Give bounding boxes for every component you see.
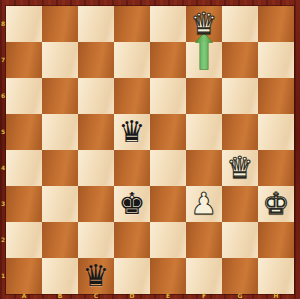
square-e3[interactable] bbox=[150, 186, 186, 222]
square-d6[interactable] bbox=[114, 78, 150, 114]
file-label-a: A bbox=[6, 293, 42, 299]
black-queen-c1[interactable]: ♛ bbox=[78, 258, 114, 294]
black-queen-d5[interactable]: ♛ bbox=[114, 114, 150, 150]
square-d2[interactable] bbox=[114, 222, 150, 258]
square-b1[interactable] bbox=[42, 258, 78, 294]
square-a7[interactable] bbox=[6, 42, 42, 78]
square-e2[interactable] bbox=[150, 222, 186, 258]
rank-label-4: 4 bbox=[0, 150, 6, 186]
square-f5[interactable] bbox=[186, 114, 222, 150]
white-king-h3[interactable]: ♚ bbox=[258, 186, 294, 222]
square-b5[interactable] bbox=[42, 114, 78, 150]
square-c8[interactable] bbox=[78, 6, 114, 42]
square-e1[interactable] bbox=[150, 258, 186, 294]
square-b2[interactable] bbox=[42, 222, 78, 258]
file-label-e: E bbox=[150, 293, 186, 299]
square-g5[interactable] bbox=[222, 114, 258, 150]
square-c2[interactable] bbox=[78, 222, 114, 258]
file-label-h: H bbox=[258, 293, 294, 299]
square-g3[interactable] bbox=[222, 186, 258, 222]
square-g6[interactable] bbox=[222, 78, 258, 114]
file-label-g: G bbox=[222, 293, 258, 299]
rank-label-3: 3 bbox=[0, 186, 6, 222]
square-h8[interactable] bbox=[258, 6, 294, 42]
square-b6[interactable] bbox=[42, 78, 78, 114]
square-h6[interactable] bbox=[258, 78, 294, 114]
rank-label-5: 5 bbox=[0, 114, 6, 150]
file-label-c: C bbox=[78, 293, 114, 299]
square-c3[interactable] bbox=[78, 186, 114, 222]
square-a4[interactable] bbox=[6, 150, 42, 186]
square-g2[interactable] bbox=[222, 222, 258, 258]
square-e7[interactable] bbox=[150, 42, 186, 78]
square-h4[interactable] bbox=[258, 150, 294, 186]
square-a6[interactable] bbox=[6, 78, 42, 114]
square-g1[interactable] bbox=[222, 258, 258, 294]
rank-label-7: 7 bbox=[0, 42, 6, 78]
white-queen-g4[interactable]: ♛ bbox=[222, 150, 258, 186]
square-g8[interactable] bbox=[222, 6, 258, 42]
square-h1[interactable] bbox=[258, 258, 294, 294]
square-e4[interactable] bbox=[150, 150, 186, 186]
rank-label-1: 1 bbox=[0, 258, 6, 294]
square-e5[interactable] bbox=[150, 114, 186, 150]
square-a5[interactable] bbox=[6, 114, 42, 150]
square-d8[interactable] bbox=[114, 6, 150, 42]
file-label-d: D bbox=[114, 293, 150, 299]
square-f1[interactable] bbox=[186, 258, 222, 294]
square-f7[interactable] bbox=[186, 42, 222, 78]
square-a2[interactable] bbox=[6, 222, 42, 258]
square-b7[interactable] bbox=[42, 42, 78, 78]
square-g7[interactable] bbox=[222, 42, 258, 78]
square-f4[interactable] bbox=[186, 150, 222, 186]
square-c5[interactable] bbox=[78, 114, 114, 150]
rank-label-6: 6 bbox=[0, 78, 6, 114]
square-a1[interactable] bbox=[6, 258, 42, 294]
square-b4[interactable] bbox=[42, 150, 78, 186]
file-label-b: B bbox=[42, 293, 78, 299]
square-c6[interactable] bbox=[78, 78, 114, 114]
square-h2[interactable] bbox=[258, 222, 294, 258]
square-h7[interactable] bbox=[258, 42, 294, 78]
square-h5[interactable] bbox=[258, 114, 294, 150]
file-label-f: F bbox=[186, 293, 222, 299]
square-e6[interactable] bbox=[150, 78, 186, 114]
square-c7[interactable] bbox=[78, 42, 114, 78]
white-pawn-f3[interactable]: ♟ bbox=[186, 186, 222, 222]
square-b8[interactable] bbox=[42, 6, 78, 42]
square-d7[interactable] bbox=[114, 42, 150, 78]
chess-board: 8 7 6 5 4 3 2 1 A B C D E F G H ♛♛♛♚♟♚♛ bbox=[0, 0, 300, 299]
square-b3[interactable] bbox=[42, 186, 78, 222]
square-a3[interactable] bbox=[6, 186, 42, 222]
rank-label-8: 8 bbox=[0, 6, 6, 42]
square-d1[interactable] bbox=[114, 258, 150, 294]
square-f2[interactable] bbox=[186, 222, 222, 258]
rank-label-2: 2 bbox=[0, 222, 6, 258]
square-c4[interactable] bbox=[78, 150, 114, 186]
black-king-d3[interactable]: ♚ bbox=[114, 186, 150, 222]
white-queen-f8[interactable]: ♛ bbox=[186, 6, 222, 42]
square-e8[interactable] bbox=[150, 6, 186, 42]
square-f6[interactable] bbox=[186, 78, 222, 114]
square-d4[interactable] bbox=[114, 150, 150, 186]
square-a8[interactable] bbox=[6, 6, 42, 42]
